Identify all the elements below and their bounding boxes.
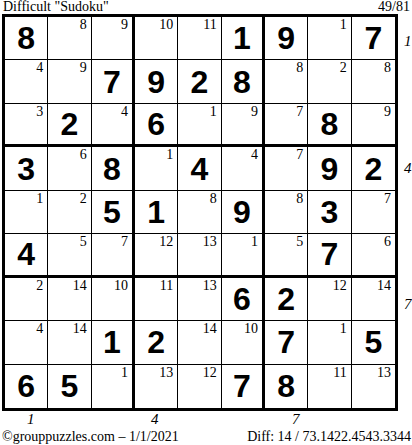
step-number: 1 <box>36 191 43 207</box>
cell-r2c4[interactable]: 9 <box>135 60 178 103</box>
given-digit: 3 <box>308 191 350 233</box>
step-number: 4 <box>36 60 43 76</box>
cell-r4c2[interactable]: 6 <box>48 147 91 190</box>
cell-r2c2[interactable]: 9 <box>48 60 91 103</box>
step-number: 1 <box>210 104 217 120</box>
cell-r1c5[interactable]: 11 <box>178 17 221 60</box>
given-digit: 5 <box>92 191 132 233</box>
cell-r8c5[interactable]: 14 <box>178 321 221 364</box>
given-digit: 8 <box>222 60 262 102</box>
given-digit: 8 <box>92 147 132 189</box>
cell-r3c2[interactable]: 2 <box>48 104 91 147</box>
cell-r2c5[interactable]: 2 <box>178 60 221 103</box>
cell-r5c2[interactable]: 2 <box>48 191 91 234</box>
cell-r1c6[interactable]: 1 <box>222 17 265 60</box>
given-digit: 7 <box>265 321 307 363</box>
cell-r9c8[interactable]: 11 <box>308 365 351 408</box>
cell-r8c1[interactable]: 4 <box>5 321 48 364</box>
step-number: 5 <box>80 234 87 250</box>
cell-r1c1[interactable]: 8 <box>5 17 48 60</box>
cell-r8c4[interactable]: 2 <box>135 321 178 364</box>
cell-r7c2[interactable]: 14 <box>48 278 91 321</box>
step-number: 1 <box>121 365 128 381</box>
step-number: 9 <box>80 60 87 76</box>
cell-r4c1[interactable]: 3 <box>5 147 48 190</box>
cell-r2c9[interactable]: 8 <box>352 60 395 103</box>
cell-r9c2[interactable]: 5 <box>48 365 91 408</box>
step-number: 7 <box>296 147 303 163</box>
cell-r5c5[interactable]: 8 <box>178 191 221 234</box>
cell-r3c6[interactable]: 9 <box>222 104 265 147</box>
given-digit: 5 <box>352 321 395 363</box>
step-number: 7 <box>384 191 391 207</box>
step-number: 14 <box>73 278 87 294</box>
column-label-4: 4 <box>151 412 159 427</box>
cell-r6c2[interactable]: 5 <box>48 234 91 277</box>
row-label-1: 1 <box>404 34 412 49</box>
given-digit: 2 <box>352 147 395 189</box>
cell-r2c1[interactable]: 4 <box>5 60 48 103</box>
cell-r7c6[interactable]: 6 <box>222 278 265 321</box>
cell-r4c5[interactable]: 4 <box>178 147 221 190</box>
cell-r8c3[interactable]: 1 <box>92 321 135 364</box>
step-number: 4 <box>121 104 128 120</box>
cell-r5c3[interactable]: 5 <box>92 191 135 234</box>
given-digit: 7 <box>92 60 132 102</box>
cell-r7c5[interactable]: 13 <box>178 278 221 321</box>
given-digit: 1 <box>92 321 132 363</box>
cell-r6c5[interactable]: 13 <box>178 234 221 277</box>
step-number: 2 <box>80 191 87 207</box>
step-number: 12 <box>203 365 217 381</box>
step-number: 8 <box>296 191 303 207</box>
cell-r9c1[interactable]: 6 <box>5 365 48 408</box>
cell-r4c3[interactable]: 8 <box>92 147 135 190</box>
footer: ©grouppuzzles.com – 1/1/2021 Diff: 14 / … <box>2 429 411 444</box>
given-digit: 2 <box>48 104 90 144</box>
given-digit: 7 <box>352 17 395 59</box>
step-number: 9 <box>384 104 391 120</box>
cell-r7c7[interactable]: 2 <box>265 278 308 321</box>
cell-r2c8[interactable]: 2 <box>308 60 351 103</box>
cell-r9c5[interactable]: 12 <box>178 365 221 408</box>
cell-r4c8[interactable]: 9 <box>308 147 351 190</box>
step-number: 6 <box>80 147 87 163</box>
cell-r7c4[interactable]: 11 <box>135 278 178 321</box>
step-number: 13 <box>203 278 217 294</box>
cell-r3c1[interactable]: 3 <box>5 104 48 147</box>
given-digit: 2 <box>178 60 220 102</box>
step-number: 14 <box>73 321 87 337</box>
step-number: 1 <box>340 321 347 337</box>
step-number: 13 <box>377 365 391 381</box>
row-label-7: 7 <box>404 297 412 312</box>
step-number: 8 <box>80 17 87 33</box>
cell-r7c9[interactable]: 14 <box>352 278 395 321</box>
step-number: 5 <box>296 234 303 250</box>
cell-r6c1[interactable]: 4 <box>5 234 48 277</box>
step-number: 9 <box>121 17 128 33</box>
given-digit: 2 <box>135 321 177 363</box>
step-number: 2 <box>36 278 43 294</box>
given-digit: 9 <box>265 17 307 59</box>
cell-r8c2[interactable]: 14 <box>48 321 91 364</box>
cell-r1c8[interactable]: 1 <box>308 17 351 60</box>
cell-r5c4[interactable]: 1 <box>135 191 178 234</box>
step-number: 10 <box>244 321 258 337</box>
column-label-7: 7 <box>292 412 300 427</box>
step-number: 7 <box>296 104 303 120</box>
given-digit: 3 <box>5 147 47 189</box>
cell-r1c9[interactable]: 7 <box>352 17 395 60</box>
given-digit: 1 <box>222 17 262 59</box>
step-number: 10 <box>159 17 173 33</box>
given-digit: 7 <box>222 365 262 408</box>
cell-r4c6[interactable]: 4 <box>222 147 265 190</box>
cell-r1c2[interactable]: 8 <box>48 17 91 60</box>
cell-r5c9[interactable]: 7 <box>352 191 395 234</box>
cell-r1c4[interactable]: 10 <box>135 17 178 60</box>
cell-r8c6[interactable]: 10 <box>222 321 265 364</box>
header: Difficult "Sudoku" 49/81 <box>3 0 410 14</box>
cell-r6c4[interactable]: 12 <box>135 234 178 277</box>
column-label-1: 1 <box>27 412 35 427</box>
given-digit: 9 <box>135 60 177 102</box>
cell-r9c4[interactable]: 13 <box>135 365 178 408</box>
given-digit: 6 <box>5 365 47 408</box>
cell-r9c9[interactable]: 13 <box>352 365 395 408</box>
copyright-text: ©grouppuzzles.com – 1/1/2021 <box>2 429 179 444</box>
cell-r8c7[interactable]: 7 <box>265 321 308 364</box>
cell-r9c7[interactable]: 8 <box>265 365 308 408</box>
step-number: 2 <box>340 60 347 76</box>
step-number: 11 <box>160 278 173 294</box>
step-number: 14 <box>203 321 217 337</box>
step-number: 12 <box>159 234 173 250</box>
given-digit: 7 <box>308 234 350 274</box>
cell-r8c9[interactable]: 5 <box>352 321 395 364</box>
cell-r9c6[interactable]: 7 <box>222 365 265 408</box>
page-title: Difficult "Sudoku" <box>3 0 109 14</box>
step-number: 7 <box>121 234 128 250</box>
progress-counter: 49/81 <box>378 0 410 14</box>
step-number: 3 <box>36 104 43 120</box>
given-digit: 4 <box>5 234 47 274</box>
step-number: 4 <box>36 321 43 337</box>
cell-r6c3[interactable]: 7 <box>92 234 135 277</box>
step-number: 12 <box>333 278 347 294</box>
cell-r3c3[interactable]: 4 <box>92 104 135 147</box>
cell-r7c3[interactable]: 10 <box>92 278 135 321</box>
cell-r3c9[interactable]: 9 <box>352 104 395 147</box>
step-number: 1 <box>166 147 173 163</box>
cell-r4c4[interactable]: 1 <box>135 147 178 190</box>
cell-r4c9[interactable]: 2 <box>352 147 395 190</box>
cell-r3c5[interactable]: 1 <box>178 104 221 147</box>
cell-r7c1[interactable]: 2 <box>5 278 48 321</box>
step-number: 13 <box>203 234 217 250</box>
step-number: 14 <box>377 278 391 294</box>
cell-r5c6[interactable]: 9 <box>222 191 265 234</box>
cell-r3c4[interactable]: 6 <box>135 104 178 147</box>
cell-r6c7[interactable]: 5 <box>265 234 308 277</box>
cell-r2c3[interactable]: 7 <box>92 60 135 103</box>
step-number: 10 <box>114 278 128 294</box>
cell-r5c7[interactable]: 8 <box>265 191 308 234</box>
cell-r2c6[interactable]: 8 <box>222 60 265 103</box>
cell-r5c8[interactable]: 3 <box>308 191 351 234</box>
given-digit: 8 <box>5 17 47 59</box>
sudoku-board: 8891011191749792882832461978936814479212… <box>2 14 398 411</box>
given-digit: 9 <box>222 191 262 233</box>
given-digit: 6 <box>222 278 262 320</box>
row-label-4: 4 <box>404 161 412 176</box>
step-number: 8 <box>210 191 217 207</box>
step-number: 13 <box>159 365 173 381</box>
cell-r5c1[interactable]: 1 <box>5 191 48 234</box>
cell-r7c8[interactable]: 12 <box>308 278 351 321</box>
cell-r6c8[interactable]: 7 <box>308 234 351 277</box>
step-number: 11 <box>203 17 216 33</box>
cell-r9c3[interactable]: 1 <box>92 365 135 408</box>
step-number: 6 <box>384 234 391 250</box>
given-digit: 2 <box>265 278 307 320</box>
step-number: 1 <box>340 17 347 33</box>
step-number: 8 <box>384 60 391 76</box>
cell-r6c6[interactable]: 1 <box>222 234 265 277</box>
cell-r8c8[interactable]: 1 <box>308 321 351 364</box>
given-digit: 1 <box>135 191 177 233</box>
given-digit: 6 <box>135 104 177 144</box>
cell-r3c7[interactable]: 7 <box>265 104 308 147</box>
step-number: 1 <box>251 234 258 250</box>
cell-r6c9[interactable]: 6 <box>352 234 395 277</box>
given-digit: 8 <box>265 365 307 408</box>
step-number: 8 <box>296 60 303 76</box>
given-digit: 5 <box>48 365 90 408</box>
given-digit: 9 <box>308 147 350 189</box>
step-number: 11 <box>333 365 346 381</box>
cell-r2c7[interactable]: 8 <box>265 60 308 103</box>
step-number: 9 <box>251 104 258 120</box>
given-digit: 8 <box>308 104 350 144</box>
cell-r3c8[interactable]: 8 <box>308 104 351 147</box>
cell-r1c3[interactable]: 9 <box>92 17 135 60</box>
step-number: 4 <box>251 147 258 163</box>
given-digit: 4 <box>178 147 220 189</box>
cell-r1c7[interactable]: 9 <box>265 17 308 60</box>
difficulty-text: Diff: 14 / 73.1422.4543.3344 <box>247 429 411 444</box>
cell-r4c7[interactable]: 7 <box>265 147 308 190</box>
